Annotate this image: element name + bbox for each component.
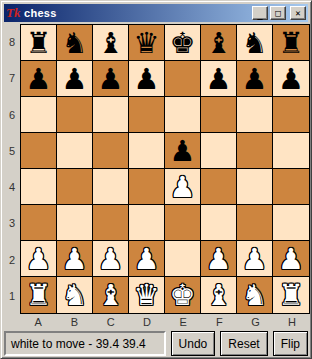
square-c5[interactable]	[93, 133, 129, 169]
piece-black-rook[interactable]: ♜	[278, 26, 304, 60]
square-g5[interactable]	[237, 133, 273, 169]
square-g8[interactable]: ♞	[237, 25, 273, 61]
square-h4[interactable]	[273, 169, 309, 205]
close-icon: ✕	[295, 9, 300, 18]
square-b5[interactable]	[57, 133, 93, 169]
piece-white-pawn[interactable]: ♟	[242, 242, 268, 276]
square-d3[interactable]	[129, 205, 165, 241]
piece-black-bishop[interactable]: ♝	[206, 26, 232, 60]
square-g1[interactable]: ♞	[237, 277, 273, 313]
piece-black-rook[interactable]: ♜	[26, 26, 52, 60]
tk-logo-icon: Tk	[6, 6, 22, 20]
window-title: chess	[24, 7, 57, 19]
rank-label-5: 5	[9, 145, 15, 157]
square-e1[interactable]: ♚	[165, 277, 201, 313]
piece-white-rook[interactable]: ♜	[26, 278, 52, 312]
square-c7[interactable]: ♟	[93, 61, 129, 97]
piece-white-pawn[interactable]: ♟	[98, 242, 124, 276]
square-e7[interactable]	[165, 61, 201, 97]
square-h6[interactable]	[273, 97, 309, 133]
square-f5[interactable]	[201, 133, 237, 169]
square-f8[interactable]: ♝	[201, 25, 237, 61]
square-g2[interactable]: ♟	[237, 241, 273, 277]
square-a6[interactable]	[21, 97, 57, 133]
square-b4[interactable]	[57, 169, 93, 205]
square-b1[interactable]: ♞	[57, 277, 93, 313]
piece-white-queen[interactable]: ♛	[134, 278, 160, 312]
undo-button[interactable]: Undo	[171, 331, 216, 356]
piece-white-bishop[interactable]: ♝	[206, 278, 232, 312]
piece-black-pawn[interactable]: ♟	[62, 62, 88, 96]
file-label-a: A	[34, 316, 41, 328]
square-b8[interactable]: ♞	[57, 25, 93, 61]
square-h1[interactable]: ♜	[273, 277, 309, 313]
piece-black-pawn[interactable]: ♟	[206, 62, 232, 96]
square-f6[interactable]	[201, 97, 237, 133]
square-d2[interactable]: ♟	[129, 241, 165, 277]
file-label-h: H	[288, 316, 296, 328]
piece-white-bishop[interactable]: ♝	[98, 278, 124, 312]
rank-label-4: 4	[9, 181, 15, 193]
rank-label-6: 6	[9, 109, 15, 121]
square-g6[interactable]	[237, 97, 273, 133]
flip-button[interactable]: Flip	[273, 331, 308, 356]
square-h8[interactable]: ♜	[273, 25, 309, 61]
square-e5[interactable]: ♟	[165, 133, 201, 169]
rank-label-1: 1	[9, 290, 15, 302]
square-c2[interactable]: ♟	[93, 241, 129, 277]
square-f1[interactable]: ♝	[201, 277, 237, 313]
piece-white-knight[interactable]: ♞	[62, 278, 88, 312]
piece-black-bishop[interactable]: ♝	[98, 26, 124, 60]
statusbar: white to move - 39.4 39.4 Undo Reset Fli…	[4, 331, 308, 356]
piece-white-pawn[interactable]: ♟	[26, 242, 52, 276]
square-a8[interactable]: ♜	[21, 25, 57, 61]
square-c4[interactable]	[93, 169, 129, 205]
close-button[interactable]: ✕	[290, 6, 306, 20]
square-h3[interactable]	[273, 205, 309, 241]
square-d1[interactable]: ♛	[129, 277, 165, 313]
piece-white-pawn[interactable]: ♟	[170, 170, 196, 204]
square-d6[interactable]	[129, 97, 165, 133]
piece-white-pawn[interactable]: ♟	[134, 242, 160, 276]
square-h2[interactable]: ♟	[273, 241, 309, 277]
status-field: white to move - 39.4 39.4	[4, 331, 166, 356]
piece-black-pawn[interactable]: ♟	[26, 62, 52, 96]
square-f4[interactable]	[201, 169, 237, 205]
square-b2[interactable]: ♟	[57, 241, 93, 277]
square-e6[interactable]	[165, 97, 201, 133]
titlebar[interactable]: Tk chess _ □ ✕	[4, 4, 308, 22]
maximize-button[interactable]: □	[270, 6, 286, 20]
piece-white-king[interactable]: ♚	[170, 278, 196, 312]
file-label-e: E	[179, 316, 186, 328]
square-a1[interactable]: ♜	[21, 277, 57, 313]
piece-black-knight[interactable]: ♞	[62, 26, 88, 60]
square-a5[interactable]	[21, 133, 57, 169]
piece-white-pawn[interactable]: ♟	[278, 242, 304, 276]
rank-labels: 87654321	[4, 24, 20, 314]
piece-black-knight[interactable]: ♞	[242, 26, 268, 60]
square-b6[interactable]	[57, 97, 93, 133]
rank-label-7: 7	[9, 72, 15, 84]
square-d4[interactable]	[129, 169, 165, 205]
piece-white-pawn[interactable]: ♟	[206, 242, 232, 276]
square-e3[interactable]	[165, 205, 201, 241]
piece-black-pawn[interactable]: ♟	[170, 134, 196, 168]
square-g7[interactable]: ♟	[237, 61, 273, 97]
square-f7[interactable]: ♟	[201, 61, 237, 97]
file-label-d: D	[143, 316, 151, 328]
square-d7[interactable]: ♟	[129, 61, 165, 97]
rank-label-8: 8	[9, 36, 15, 48]
reset-button[interactable]: Reset	[220, 331, 267, 356]
square-a2[interactable]: ♟	[21, 241, 57, 277]
piece-black-queen[interactable]: ♛	[134, 26, 160, 60]
square-d5[interactable]	[129, 133, 165, 169]
square-c6[interactable]	[93, 97, 129, 133]
piece-black-pawn[interactable]: ♟	[242, 62, 268, 96]
square-d8[interactable]: ♛	[129, 25, 165, 61]
square-e4[interactable]: ♟	[165, 169, 201, 205]
piece-white-rook[interactable]: ♜	[278, 278, 304, 312]
piece-white-knight[interactable]: ♞	[242, 278, 268, 312]
square-g4[interactable]	[237, 169, 273, 205]
square-b3[interactable]	[57, 205, 93, 241]
file-label-f: F	[216, 316, 223, 328]
square-f2[interactable]: ♟	[201, 241, 237, 277]
square-h7[interactable]: ♟	[273, 61, 309, 97]
piece-black-pawn[interactable]: ♟	[98, 62, 124, 96]
maximize-icon: □	[275, 9, 280, 18]
chess-app-window: Tk chess _ □ ✕ 87654321 ♜♞♝♛♚♝♞♜♟♟♟♟♟♟♟♟…	[0, 0, 312, 359]
piece-black-pawn[interactable]: ♟	[134, 62, 160, 96]
square-e2[interactable]	[165, 241, 201, 277]
rank-label-3: 3	[9, 217, 15, 229]
square-e8[interactable]: ♚	[165, 25, 201, 61]
minimize-icon: _	[257, 11, 262, 20]
piece-black-pawn[interactable]: ♟	[278, 62, 304, 96]
square-a3[interactable]	[21, 205, 57, 241]
square-f3[interactable]	[201, 205, 237, 241]
rank-label-2: 2	[9, 254, 15, 266]
square-c1[interactable]: ♝	[93, 277, 129, 313]
square-g3[interactable]	[237, 205, 273, 241]
square-h5[interactable]	[273, 133, 309, 169]
piece-black-king[interactable]: ♚	[170, 26, 196, 60]
square-c3[interactable]	[93, 205, 129, 241]
square-c8[interactable]: ♝	[93, 25, 129, 61]
board-area: 87654321 ♜♞♝♛♚♝♞♜♟♟♟♟♟♟♟♟♟♟♟♟♟♟♟♟♜♞♝♛♚♝♞…	[4, 24, 308, 329]
file-labels: ABCDEFGH	[20, 314, 310, 329]
minimize-button[interactable]: _	[252, 6, 268, 20]
window-controls: _ □ ✕	[250, 6, 306, 20]
piece-white-pawn[interactable]: ♟	[62, 242, 88, 276]
square-a4[interactable]	[21, 169, 57, 205]
board: ♜♞♝♛♚♝♞♜♟♟♟♟♟♟♟♟♟♟♟♟♟♟♟♟♜♞♝♛♚♝♞♜	[20, 24, 310, 314]
square-b7[interactable]: ♟	[57, 61, 93, 97]
square-a7[interactable]: ♟	[21, 61, 57, 97]
file-label-g: G	[251, 316, 260, 328]
file-label-b: B	[71, 316, 78, 328]
file-label-c: C	[107, 316, 115, 328]
